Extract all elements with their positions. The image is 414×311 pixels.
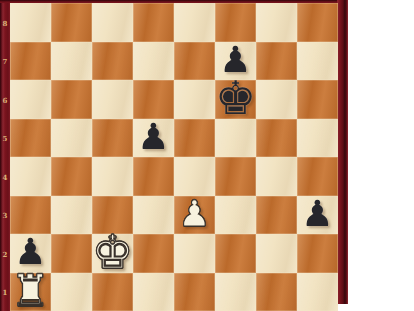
rank-label-2: 2: [0, 234, 10, 273]
black-pawn-h3: ♟: [301, 196, 333, 232]
square-a8: [10, 3, 51, 42]
rank-labels: 87654321: [0, 3, 10, 311]
square-c4: [92, 157, 133, 196]
square-c6: [92, 80, 133, 119]
square-g4: [256, 157, 297, 196]
square-e7: [174, 42, 215, 81]
square-h7: [297, 42, 338, 81]
square-h8: [297, 3, 338, 42]
white-pawn-e3: ♟: [178, 196, 210, 232]
square-h5: [297, 119, 338, 158]
square-e8: [174, 3, 215, 42]
square-a4: [10, 157, 51, 196]
square-g6: [256, 80, 297, 119]
square-c7: [92, 42, 133, 81]
white-rook-a1: ♜: [11, 269, 50, 311]
square-f1: [215, 273, 256, 311]
square-d2: [133, 234, 174, 273]
square-b6: [51, 80, 92, 119]
square-c8: [92, 3, 133, 42]
square-f2: [215, 234, 256, 273]
square-c2: ♚: [92, 234, 133, 273]
square-h3: ♟: [297, 196, 338, 235]
square-b2: [51, 234, 92, 273]
square-b4: [51, 157, 92, 196]
square-f4: [215, 157, 256, 196]
square-e1: [174, 273, 215, 311]
square-e4: [174, 157, 215, 196]
square-d8: [133, 3, 174, 42]
black-king-f6: ♚: [215, 75, 256, 121]
square-e3: ♟: [174, 196, 215, 235]
square-b7: [51, 42, 92, 81]
square-d6: [133, 80, 174, 119]
square-c5: [92, 119, 133, 158]
square-h4: [297, 157, 338, 196]
board-frame-right: [337, 0, 348, 304]
rank-label-5: 5: [0, 119, 10, 158]
chess-board-diagram: 87654321 ♟♚♟♟♟♟♚♜: [0, 0, 414, 311]
square-f3: [215, 196, 256, 235]
square-g5: [256, 119, 297, 158]
square-h1: [297, 273, 338, 311]
square-e2: [174, 234, 215, 273]
square-g7: [256, 42, 297, 81]
square-g3: [256, 196, 297, 235]
square-b8: [51, 3, 92, 42]
square-g2: [256, 234, 297, 273]
square-c1: [92, 273, 133, 311]
square-h6: [297, 80, 338, 119]
rank-label-1: 1: [0, 273, 10, 311]
board-grid: ♟♚♟♟♟♟♚♜: [10, 3, 338, 311]
square-d5: ♟: [133, 119, 174, 158]
square-e6: [174, 80, 215, 119]
square-a5: [10, 119, 51, 158]
square-g8: [256, 3, 297, 42]
square-a3: [10, 196, 51, 235]
square-b3: [51, 196, 92, 235]
rank-label-7: 7: [0, 42, 10, 81]
square-a1: ♜: [10, 273, 51, 311]
square-b1: [51, 273, 92, 311]
white-king-c2: ♚: [92, 229, 133, 275]
square-a7: [10, 42, 51, 81]
rank-label-3: 3: [0, 196, 10, 235]
square-b5: [51, 119, 92, 158]
square-d3: [133, 196, 174, 235]
black-pawn-d5: ♟: [137, 119, 169, 155]
rank-label-4: 4: [0, 157, 10, 196]
square-d4: [133, 157, 174, 196]
square-d7: [133, 42, 174, 81]
square-g1: [256, 273, 297, 311]
square-f5: [215, 119, 256, 158]
square-f6: ♚: [215, 80, 256, 119]
square-d1: [133, 273, 174, 311]
square-h2: [297, 234, 338, 273]
rank-label-8: 8: [0, 3, 10, 42]
square-e5: [174, 119, 215, 158]
square-f8: [215, 3, 256, 42]
square-a6: [10, 80, 51, 119]
rank-label-6: 6: [0, 80, 10, 119]
